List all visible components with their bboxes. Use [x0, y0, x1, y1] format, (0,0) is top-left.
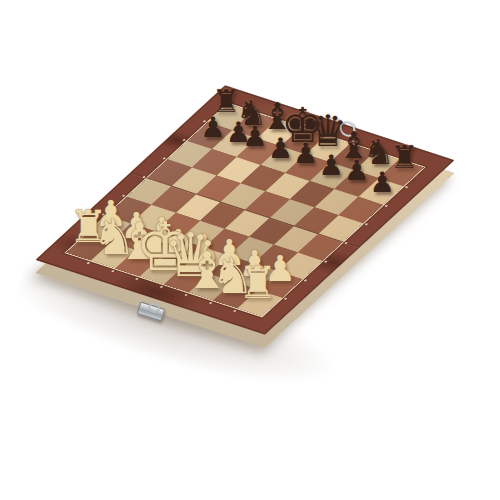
- inlay-dot: [400, 156, 404, 158]
- inlay-dot: [111, 270, 115, 272]
- inlay-dot: [327, 132, 331, 134]
- inlay-dot: [102, 213, 106, 215]
- inlay-dot: [283, 298, 287, 300]
- inlay-dot: [122, 194, 126, 196]
- inlay-dot: [233, 310, 237, 312]
- inlay-dot: [304, 279, 308, 281]
- inlay-dot: [203, 120, 207, 122]
- inlay-dot: [405, 186, 409, 188]
- inlay-dot: [376, 148, 380, 150]
- inlay-dot: [81, 232, 85, 234]
- inlay-dot: [253, 108, 257, 110]
- inlay-dot: [135, 278, 139, 280]
- inlay-dot: [302, 124, 306, 126]
- inlay-dot: [160, 286, 164, 288]
- inlay-dot: [184, 294, 188, 296]
- inlay-dot: [162, 157, 166, 159]
- inlay-dot: [364, 223, 368, 225]
- inlay-dot: [86, 262, 90, 264]
- product-photo-scene: ♜♞♝♚♛♝♞♜♟♟♟♟♟♟♟♟♟♟♟♟♟♟♟♟♜♞♝♚♛♝♞♜: [0, 0, 500, 500]
- inlay-dot: [278, 116, 282, 118]
- inlay-dot: [385, 205, 389, 207]
- inlay-dot: [182, 139, 186, 141]
- inlay-dot: [351, 140, 355, 142]
- inlay-dot: [324, 260, 328, 262]
- inlay-dot: [208, 302, 212, 304]
